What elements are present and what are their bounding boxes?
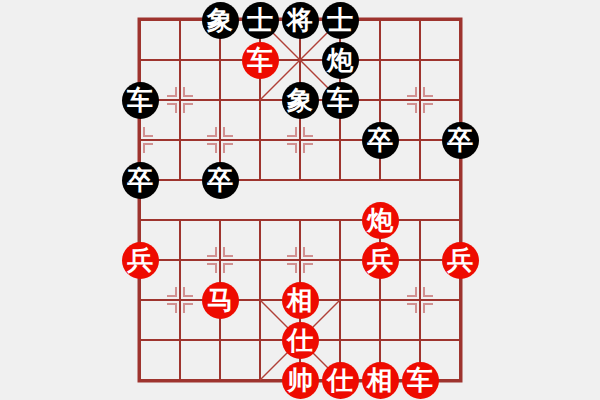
xiangqi-board: 象士将士车炮车象车卒卒卒卒炮兵兵兵马相仕帅仕相车 (120, 0, 480, 400)
piece-black-soldier[interactable]: 卒 (362, 122, 399, 159)
board-point: 将 (280, 0, 320, 40)
board-point: 卒 (120, 160, 160, 200)
board-point: 兵 (360, 240, 400, 280)
piece-black-chariot[interactable]: 车 (322, 82, 359, 119)
board-point: 车 (400, 360, 440, 400)
piece-red-chariot[interactable]: 车 (242, 42, 279, 79)
board-point: 卒 (200, 160, 240, 200)
piece-black-chariot[interactable]: 车 (122, 82, 159, 119)
board-point: 帅 (280, 360, 320, 400)
board-point: 炮 (360, 200, 400, 240)
piece-black-cannon[interactable]: 炮 (322, 42, 359, 79)
board-point: 仕 (320, 360, 360, 400)
board-point: 相 (280, 280, 320, 320)
piece-red-advisor[interactable]: 仕 (322, 362, 359, 399)
board-point: 仕 (280, 320, 320, 360)
piece-red-elephant[interactable]: 相 (362, 362, 399, 399)
piece-red-soldier[interactable]: 兵 (362, 242, 399, 279)
board-point: 车 (320, 80, 360, 120)
piece-red-chariot[interactable]: 车 (402, 362, 439, 399)
board-point: 象 (200, 0, 240, 40)
piece-black-elephant[interactable]: 象 (202, 2, 239, 39)
piece-black-advisor[interactable]: 士 (242, 2, 279, 39)
piece-red-cannon[interactable]: 炮 (362, 202, 399, 239)
board-point: 马 (200, 280, 240, 320)
piece-black-soldier[interactable]: 卒 (122, 162, 159, 199)
board-point: 炮 (320, 40, 360, 80)
piece-layer: 象士将士车炮车象车卒卒卒卒炮兵兵兵马相仕帅仕相车 (120, 0, 480, 400)
board-point: 象 (280, 80, 320, 120)
piece-black-soldier[interactable]: 卒 (442, 122, 479, 159)
board-point: 士 (240, 0, 280, 40)
piece-black-advisor[interactable]: 士 (322, 2, 359, 39)
board-point: 车 (240, 40, 280, 80)
piece-black-elephant[interactable]: 象 (282, 82, 319, 119)
piece-red-soldier[interactable]: 兵 (442, 242, 479, 279)
app-background: 象士将士车炮车象车卒卒卒卒炮兵兵兵马相仕帅仕相车 (0, 0, 600, 400)
piece-red-soldier[interactable]: 兵 (122, 242, 159, 279)
piece-red-elephant[interactable]: 相 (282, 282, 319, 319)
piece-red-horse[interactable]: 马 (202, 282, 239, 319)
board-point: 兵 (440, 240, 480, 280)
board-point: 车 (120, 80, 160, 120)
board-point: 兵 (120, 240, 160, 280)
board-point: 相 (360, 360, 400, 400)
piece-black-general[interactable]: 将 (282, 2, 319, 39)
piece-black-soldier[interactable]: 卒 (202, 162, 239, 199)
board-point: 卒 (440, 120, 480, 160)
piece-red-general[interactable]: 帅 (282, 362, 319, 399)
piece-red-advisor[interactable]: 仕 (282, 322, 319, 359)
board-point: 士 (320, 0, 360, 40)
board-point: 卒 (360, 120, 400, 160)
